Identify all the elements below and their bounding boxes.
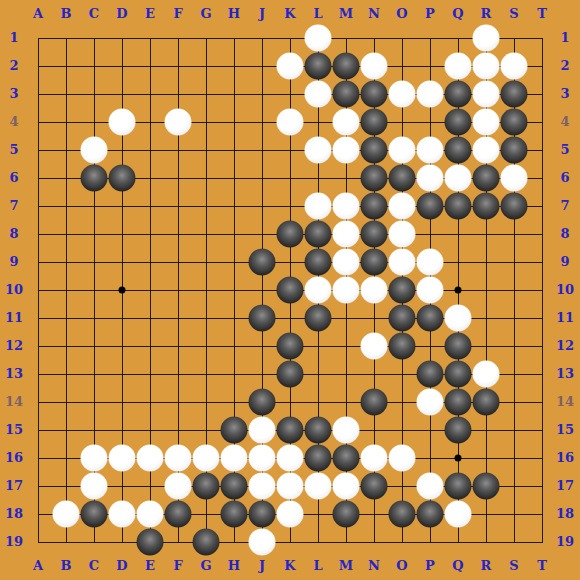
stone-white-M8[interactable] [333, 221, 360, 248]
stone-white-L3[interactable] [305, 81, 332, 108]
stone-white-J17[interactable] [249, 473, 276, 500]
column-label-S: S [500, 7, 528, 21]
stone-black-N6[interactable] [361, 165, 388, 192]
stone-black-M16[interactable] [333, 445, 360, 472]
column-label-J: J [248, 559, 276, 573]
row-label-6: 6 [0, 171, 28, 185]
column-label-Q: Q [444, 559, 472, 573]
stone-black-L15[interactable] [305, 417, 332, 444]
stone-black-L2[interactable] [305, 53, 332, 80]
column-label-T: T [528, 559, 556, 573]
stone-black-L8[interactable] [305, 221, 332, 248]
stone-white-M17[interactable] [333, 473, 360, 500]
row-label-15: 15 [551, 423, 579, 437]
stone-white-K4[interactable] [277, 109, 304, 136]
stone-white-E18[interactable] [137, 501, 164, 528]
row-label-12: 12 [0, 339, 28, 353]
stone-white-D4[interactable] [109, 109, 136, 136]
stone-black-S5[interactable] [501, 137, 528, 164]
stone-black-Q14[interactable] [445, 389, 472, 416]
stone-white-L5[interactable] [305, 137, 332, 164]
stone-white-M7[interactable] [333, 193, 360, 220]
row-label-18: 18 [551, 507, 579, 521]
stone-black-J9[interactable] [249, 249, 276, 276]
column-label-A: A [24, 7, 52, 21]
stone-white-S2[interactable] [501, 53, 528, 80]
stone-white-M9[interactable] [333, 249, 360, 276]
stone-black-K13[interactable] [277, 361, 304, 388]
column-label-C: C [80, 559, 108, 573]
stone-white-K16[interactable] [277, 445, 304, 472]
stone-black-O10[interactable] [389, 277, 416, 304]
column-label-D: D [108, 7, 136, 21]
column-label-D: D [108, 559, 136, 573]
stone-white-F4[interactable] [165, 109, 192, 136]
stone-black-N14[interactable] [361, 389, 388, 416]
stone-white-N10[interactable] [361, 277, 388, 304]
stone-black-E19[interactable] [137, 529, 164, 556]
stone-white-D16[interactable] [109, 445, 136, 472]
stone-black-M3[interactable] [333, 81, 360, 108]
row-label-5: 5 [0, 143, 28, 157]
row-label-1: 1 [0, 31, 28, 45]
stone-white-N16[interactable] [361, 445, 388, 472]
stone-white-M4[interactable] [333, 109, 360, 136]
row-label-17: 17 [551, 479, 579, 493]
stone-white-L1[interactable] [305, 25, 332, 52]
row-label-4: 4 [551, 115, 579, 129]
stone-black-H15[interactable] [221, 417, 248, 444]
stone-black-G19[interactable] [193, 529, 220, 556]
stone-black-O6[interactable] [389, 165, 416, 192]
stone-white-O8[interactable] [389, 221, 416, 248]
stone-black-S4[interactable] [501, 109, 528, 136]
stone-white-P14[interactable] [417, 389, 444, 416]
stone-white-H16[interactable] [221, 445, 248, 472]
row-label-5: 5 [551, 143, 579, 157]
row-label-7: 7 [0, 199, 28, 213]
star-point-Q16 [455, 455, 462, 462]
stone-black-N4[interactable] [361, 109, 388, 136]
row-label-7: 7 [551, 199, 579, 213]
row-label-16: 16 [551, 451, 579, 465]
column-label-L: L [304, 559, 332, 573]
stone-white-F17[interactable] [165, 473, 192, 500]
row-label-3: 3 [551, 87, 579, 101]
row-label-4: 4 [0, 115, 28, 129]
row-label-2: 2 [0, 59, 28, 73]
stone-white-C5[interactable] [81, 137, 108, 164]
stone-black-Q17[interactable] [445, 473, 472, 500]
stone-white-Q6[interactable] [445, 165, 472, 192]
stone-white-O3[interactable] [389, 81, 416, 108]
stone-black-P18[interactable] [417, 501, 444, 528]
stone-black-Q15[interactable] [445, 417, 472, 444]
stone-black-N8[interactable] [361, 221, 388, 248]
column-label-J: J [248, 7, 276, 21]
row-label-3: 3 [0, 87, 28, 101]
column-label-K: K [276, 7, 304, 21]
stone-white-K2[interactable] [277, 53, 304, 80]
column-label-P: P [416, 7, 444, 21]
stone-black-P13[interactable] [417, 361, 444, 388]
column-label-F: F [164, 7, 192, 21]
column-label-B: B [52, 7, 80, 21]
stone-white-J19[interactable] [249, 529, 276, 556]
stone-white-J15[interactable] [249, 417, 276, 444]
stone-white-F16[interactable] [165, 445, 192, 472]
stone-white-O9[interactable] [389, 249, 416, 276]
column-label-H: H [220, 559, 248, 573]
stone-black-C6[interactable] [81, 165, 108, 192]
stone-black-P11[interactable] [417, 305, 444, 332]
stone-black-Q4[interactable] [445, 109, 472, 136]
row-label-1: 1 [551, 31, 579, 45]
stone-white-L7[interactable] [305, 193, 332, 220]
column-label-E: E [136, 7, 164, 21]
row-label-9: 9 [551, 255, 579, 269]
row-label-19: 19 [551, 535, 579, 549]
stone-white-J16[interactable] [249, 445, 276, 472]
stone-white-D18[interactable] [109, 501, 136, 528]
stone-white-R13[interactable] [473, 361, 500, 388]
stone-white-P9[interactable] [417, 249, 444, 276]
column-label-F: F [164, 559, 192, 573]
stone-black-D6[interactable] [109, 165, 136, 192]
row-label-18: 18 [0, 507, 28, 521]
stone-black-N9[interactable] [361, 249, 388, 276]
stone-white-L10[interactable] [305, 277, 332, 304]
stone-white-R4[interactable] [473, 109, 500, 136]
stone-white-L17[interactable] [305, 473, 332, 500]
stone-black-L16[interactable] [305, 445, 332, 472]
star-point-D10 [119, 287, 126, 294]
row-label-9: 9 [0, 255, 28, 269]
stone-white-M10[interactable] [333, 277, 360, 304]
stone-white-O5[interactable] [389, 137, 416, 164]
go-board[interactable]: ABCDEFGHJKLMNOPQRST ABCDEFGHJKLMNOPQRST … [0, 0, 580, 580]
stone-white-O7[interactable] [389, 193, 416, 220]
row-label-10: 10 [0, 283, 28, 297]
row-label-13: 13 [551, 367, 579, 381]
column-label-N: N [360, 7, 388, 21]
column-label-R: R [472, 559, 500, 573]
column-label-O: O [388, 559, 416, 573]
column-label-B: B [52, 559, 80, 573]
stone-white-Q18[interactable] [445, 501, 472, 528]
row-label-2: 2 [551, 59, 579, 73]
stone-black-Q3[interactable] [445, 81, 472, 108]
row-label-6: 6 [551, 171, 579, 185]
row-label-11: 11 [0, 311, 28, 325]
stone-white-P6[interactable] [417, 165, 444, 192]
stone-black-S7[interactable] [501, 193, 528, 220]
stone-black-H17[interactable] [221, 473, 248, 500]
stone-black-R14[interactable] [473, 389, 500, 416]
row-label-17: 17 [0, 479, 28, 493]
stone-black-L11[interactable] [305, 305, 332, 332]
column-label-S: S [500, 559, 528, 573]
column-label-G: G [192, 7, 220, 21]
row-label-19: 19 [0, 535, 28, 549]
stone-black-Q12[interactable] [445, 333, 472, 360]
column-label-E: E [136, 559, 164, 573]
row-label-12: 12 [551, 339, 579, 353]
column-label-R: R [472, 7, 500, 21]
stone-black-O12[interactable] [389, 333, 416, 360]
stone-black-O18[interactable] [389, 501, 416, 528]
stone-white-K17[interactable] [277, 473, 304, 500]
column-label-G: G [192, 559, 220, 573]
stone-black-Q7[interactable] [445, 193, 472, 220]
column-label-L: L [304, 7, 332, 21]
stone-white-C17[interactable] [81, 473, 108, 500]
column-label-T: T [528, 7, 556, 21]
stone-black-L9[interactable] [305, 249, 332, 276]
stone-white-P10[interactable] [417, 277, 444, 304]
stone-white-S6[interactable] [501, 165, 528, 192]
stone-black-P7[interactable] [417, 193, 444, 220]
column-label-Q: Q [444, 7, 472, 21]
row-label-8: 8 [551, 227, 579, 241]
row-label-11: 11 [551, 311, 579, 325]
row-label-8: 8 [0, 227, 28, 241]
column-label-P: P [416, 559, 444, 573]
stone-white-C16[interactable] [81, 445, 108, 472]
stone-white-M5[interactable] [333, 137, 360, 164]
row-label-14: 14 [551, 395, 579, 409]
column-label-M: M [332, 559, 360, 573]
stone-black-Q13[interactable] [445, 361, 472, 388]
row-label-13: 13 [0, 367, 28, 381]
stone-white-E16[interactable] [137, 445, 164, 472]
stone-black-M2[interactable] [333, 53, 360, 80]
stone-black-S3[interactable] [501, 81, 528, 108]
stone-black-J11[interactable] [249, 305, 276, 332]
row-label-16: 16 [0, 451, 28, 465]
column-label-N: N [360, 559, 388, 573]
column-label-H: H [220, 7, 248, 21]
stone-black-R17[interactable] [473, 473, 500, 500]
row-label-15: 15 [0, 423, 28, 437]
star-point-Q10 [455, 287, 462, 294]
stone-black-R6[interactable] [473, 165, 500, 192]
stone-black-F18[interactable] [165, 501, 192, 528]
stone-white-P5[interactable] [417, 137, 444, 164]
stone-black-K8[interactable] [277, 221, 304, 248]
stone-white-P17[interactable] [417, 473, 444, 500]
stone-white-Q11[interactable] [445, 305, 472, 332]
stone-white-Q2[interactable] [445, 53, 472, 80]
stone-black-K10[interactable] [277, 277, 304, 304]
stone-white-R5[interactable] [473, 137, 500, 164]
stone-black-N3[interactable] [361, 81, 388, 108]
stone-white-N2[interactable] [361, 53, 388, 80]
row-label-14: 14 [0, 395, 28, 409]
stone-black-C18[interactable] [81, 501, 108, 528]
stone-white-P3[interactable] [417, 81, 444, 108]
column-label-M: M [332, 7, 360, 21]
stone-white-K18[interactable] [277, 501, 304, 528]
row-label-10: 10 [551, 283, 579, 297]
stone-black-N5[interactable] [361, 137, 388, 164]
stone-white-M15[interactable] [333, 417, 360, 444]
stone-black-K12[interactable] [277, 333, 304, 360]
stone-black-Q5[interactable] [445, 137, 472, 164]
stone-white-G16[interactable] [193, 445, 220, 472]
stone-black-H18[interactable] [221, 501, 248, 528]
stone-black-G17[interactable] [193, 473, 220, 500]
stone-white-O16[interactable] [389, 445, 416, 472]
column-label-O: O [388, 7, 416, 21]
column-label-A: A [24, 559, 52, 573]
stone-white-N12[interactable] [361, 333, 388, 360]
stone-black-R7[interactable] [473, 193, 500, 220]
stone-black-N7[interactable] [361, 193, 388, 220]
stone-black-K15[interactable] [277, 417, 304, 444]
stone-black-J18[interactable] [249, 501, 276, 528]
stone-black-O11[interactable] [389, 305, 416, 332]
stone-black-N17[interactable] [361, 473, 388, 500]
column-label-C: C [80, 7, 108, 21]
stone-black-M18[interactable] [333, 501, 360, 528]
stone-white-R1[interactable] [473, 25, 500, 52]
column-label-K: K [276, 559, 304, 573]
stone-white-R3[interactable] [473, 81, 500, 108]
stone-white-B18[interactable] [53, 501, 80, 528]
stone-black-J14[interactable] [249, 389, 276, 416]
stone-white-R2[interactable] [473, 53, 500, 80]
